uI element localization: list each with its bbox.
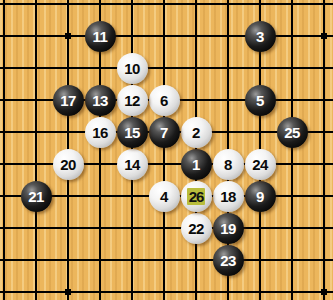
move-number: 12 <box>124 93 140 108</box>
move-number: 14 <box>124 157 140 172</box>
stone-black-25: 25 <box>277 117 308 148</box>
move-number: 22 <box>188 221 204 236</box>
move-number: 15 <box>124 125 140 140</box>
grid-line-horizontal <box>0 35 333 37</box>
move-number: 23 <box>220 253 236 268</box>
stone-black-5: 5 <box>245 85 276 116</box>
stone-black-1: 1 <box>181 149 212 180</box>
stone-black-13: 13 <box>85 85 116 116</box>
move-number: 25 <box>284 125 300 140</box>
stone-black-15: 15 <box>117 117 148 148</box>
stone-black-7: 7 <box>149 117 180 148</box>
grid-line-horizontal <box>0 227 333 229</box>
move-number: 19 <box>220 221 236 236</box>
grid-line-vertical <box>323 0 325 300</box>
move-number: 16 <box>92 125 108 140</box>
move-number: 5 <box>256 93 264 108</box>
star-point <box>321 289 327 295</box>
stone-white-22: 22 <box>181 213 212 244</box>
star-point <box>65 289 71 295</box>
move-number: 7 <box>160 125 168 140</box>
stone-black-9: 9 <box>245 181 276 212</box>
stone-white-12: 12 <box>117 85 148 116</box>
grid-line-horizontal <box>0 3 333 5</box>
grid-line-horizontal <box>0 259 333 261</box>
move-number: 6 <box>160 93 168 108</box>
stone-white-10: 10 <box>117 53 148 84</box>
stone-white-24: 24 <box>245 149 276 180</box>
star-point <box>65 33 71 39</box>
move-number: 9 <box>256 189 264 204</box>
move-number: 17 <box>60 93 76 108</box>
stone-white-14: 14 <box>117 149 148 180</box>
move-number: 13 <box>92 93 108 108</box>
stone-black-11: 11 <box>85 21 116 52</box>
move-number: 10 <box>124 61 140 76</box>
move-number: 2 <box>192 125 200 140</box>
grid-line-horizontal <box>0 67 333 69</box>
gomoku-board[interactable]: 1234567891011121314151617181920212223242… <box>0 0 333 300</box>
move-number: 4 <box>160 189 168 204</box>
grid-line-vertical <box>163 0 165 300</box>
grid-line-vertical <box>291 0 293 300</box>
move-number: 24 <box>252 157 268 172</box>
stone-black-17: 17 <box>53 85 84 116</box>
stone-white-2: 2 <box>181 117 212 148</box>
move-number: 3 <box>256 29 264 44</box>
stone-black-21: 21 <box>21 181 52 212</box>
grid-line-vertical <box>3 0 5 300</box>
grid-line-vertical <box>35 0 37 300</box>
move-number: 20 <box>60 157 76 172</box>
stone-white-18: 18 <box>213 181 244 212</box>
move-number: 1 <box>192 157 200 172</box>
stone-white-20: 20 <box>53 149 84 180</box>
move-number: 18 <box>220 189 236 204</box>
move-number: 21 <box>28 189 44 204</box>
stone-white-6: 6 <box>149 85 180 116</box>
move-number: 11 <box>93 29 108 44</box>
grid-line-horizontal <box>0 163 333 165</box>
move-number: 8 <box>224 157 232 172</box>
stone-black-23: 23 <box>213 245 244 276</box>
last-move-number: 26 <box>187 188 206 205</box>
grid-line-horizontal <box>0 291 333 293</box>
stone-black-19: 19 <box>213 213 244 244</box>
stone-white-8: 8 <box>213 149 244 180</box>
stone-white-4: 4 <box>149 181 180 212</box>
stone-black-3: 3 <box>245 21 276 52</box>
stone-white-26: 26 <box>181 181 212 212</box>
star-point <box>321 33 327 39</box>
stone-white-16: 16 <box>85 117 116 148</box>
